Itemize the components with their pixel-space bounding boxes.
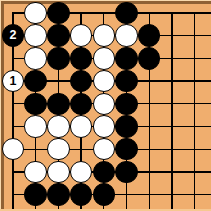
board-cell[interactable] xyxy=(24,24,47,47)
board-cell[interactable] xyxy=(24,2,47,25)
board-cell[interactable] xyxy=(138,138,161,161)
black-stone xyxy=(93,183,115,205)
board-cell[interactable] xyxy=(183,115,206,138)
board-cell[interactable] xyxy=(47,24,70,47)
board-cell[interactable] xyxy=(183,92,206,115)
board-cell[interactable] xyxy=(138,92,161,115)
white-stone xyxy=(70,115,92,137)
board-cell[interactable] xyxy=(115,92,138,115)
board-cell[interactable] xyxy=(92,160,115,183)
board-cell[interactable] xyxy=(92,2,115,25)
white-stone xyxy=(93,47,115,69)
board-cell[interactable] xyxy=(183,2,206,25)
board-cell[interactable] xyxy=(2,2,25,25)
board-cell[interactable] xyxy=(115,138,138,161)
white-stone xyxy=(24,2,46,24)
board-cell[interactable] xyxy=(92,47,115,70)
white-stone xyxy=(93,70,115,92)
board-cell[interactable] xyxy=(138,24,161,47)
board-cell[interactable] xyxy=(70,70,93,93)
board-cell[interactable] xyxy=(160,70,183,93)
board-cell[interactable] xyxy=(47,160,70,183)
board-cell[interactable] xyxy=(138,47,161,70)
board-cell[interactable] xyxy=(92,24,115,47)
black-stone xyxy=(47,24,69,46)
board-cell[interactable]: 2 xyxy=(2,24,25,47)
board-cell[interactable] xyxy=(115,47,138,70)
black-stone xyxy=(47,2,69,24)
board-cell[interactable] xyxy=(70,115,93,138)
board-cell[interactable] xyxy=(24,183,47,206)
board-cell[interactable] xyxy=(70,92,93,115)
board-cell[interactable] xyxy=(2,160,25,183)
white-stone xyxy=(24,24,46,46)
board-cell[interactable] xyxy=(47,138,70,161)
board-cell[interactable] xyxy=(115,115,138,138)
black-stone xyxy=(93,161,115,183)
white-stone xyxy=(70,24,92,46)
board-cell[interactable] xyxy=(183,138,206,161)
board-cell[interactable]: 1 xyxy=(2,70,25,93)
board-cell[interactable] xyxy=(115,183,138,206)
board-cell[interactable] xyxy=(2,47,25,70)
white-stone xyxy=(24,47,46,69)
board-cell[interactable] xyxy=(24,115,47,138)
white-stone xyxy=(24,161,46,183)
board-cell[interactable] xyxy=(183,160,206,183)
board-cell[interactable] xyxy=(2,115,25,138)
board-cell[interactable] xyxy=(138,115,161,138)
board-cell[interactable] xyxy=(2,138,25,161)
white-stone xyxy=(70,161,92,183)
go-board: 21 xyxy=(0,0,211,211)
board-cell[interactable] xyxy=(24,70,47,93)
move-number-label: 1 xyxy=(10,75,17,88)
white-stone xyxy=(93,24,115,46)
board-cell[interactable] xyxy=(160,183,183,206)
board-cell[interactable] xyxy=(47,70,70,93)
white-stone xyxy=(2,138,24,160)
board-cell[interactable] xyxy=(24,92,47,115)
board-cell[interactable] xyxy=(92,70,115,93)
black-stone xyxy=(70,47,92,69)
white-stone xyxy=(24,115,46,137)
black-stone xyxy=(115,115,137,137)
white-stone xyxy=(93,115,115,137)
board-cell[interactable] xyxy=(92,183,115,206)
black-stone xyxy=(70,93,92,115)
board-cell[interactable] xyxy=(115,2,138,25)
black-stone xyxy=(24,93,46,115)
board-cell[interactable] xyxy=(47,92,70,115)
board-cell[interactable] xyxy=(70,138,93,161)
white-stone xyxy=(47,161,69,183)
white-stone xyxy=(115,24,137,46)
board-cell[interactable] xyxy=(92,138,115,161)
black-stone xyxy=(24,70,46,92)
board-cell[interactable] xyxy=(160,2,183,25)
board-bottom-strip xyxy=(0,209,211,211)
black-stone: 2 xyxy=(2,24,24,46)
board-cell[interactable] xyxy=(47,47,70,70)
white-stone xyxy=(93,138,115,160)
board-cell[interactable] xyxy=(47,2,70,25)
board-cell[interactable] xyxy=(183,47,206,70)
board-cell[interactable] xyxy=(115,160,138,183)
board-cell[interactable] xyxy=(70,47,93,70)
board-cell[interactable] xyxy=(160,92,183,115)
board-cell[interactable] xyxy=(183,24,206,47)
board-cell[interactable] xyxy=(92,92,115,115)
board-cell[interactable] xyxy=(70,2,93,25)
board-cell[interactable] xyxy=(160,47,183,70)
board-cell[interactable] xyxy=(115,24,138,47)
black-stone xyxy=(47,183,69,205)
black-stone xyxy=(115,161,137,183)
board-cell[interactable] xyxy=(138,2,161,25)
black-stone xyxy=(115,47,137,69)
board-cell[interactable] xyxy=(160,138,183,161)
board-cell[interactable] xyxy=(24,47,47,70)
black-stone xyxy=(24,183,46,205)
board-cell[interactable] xyxy=(160,24,183,47)
board-cell[interactable] xyxy=(47,183,70,206)
board-cell[interactable] xyxy=(47,115,70,138)
board-cell[interactable] xyxy=(138,183,161,206)
board-cell[interactable] xyxy=(183,183,206,206)
white-stone xyxy=(93,93,115,115)
white-stone: 1 xyxy=(2,70,24,92)
board-cell[interactable] xyxy=(24,160,47,183)
white-stone xyxy=(47,138,69,160)
white-stone xyxy=(47,115,69,137)
board-cell[interactable] xyxy=(2,183,25,206)
board-cell[interactable] xyxy=(70,24,93,47)
board-cell[interactable] xyxy=(2,92,25,115)
board-cell[interactable] xyxy=(183,70,206,93)
black-stone xyxy=(47,47,69,69)
black-stone xyxy=(47,93,69,115)
black-stone xyxy=(115,93,137,115)
black-stone xyxy=(115,70,137,92)
board-cell[interactable] xyxy=(138,160,161,183)
board-cell[interactable] xyxy=(160,115,183,138)
black-stone xyxy=(115,2,137,24)
board-cell[interactable] xyxy=(70,160,93,183)
black-stone xyxy=(70,183,92,205)
black-stone xyxy=(70,70,92,92)
board-cell[interactable] xyxy=(115,70,138,93)
board-grid: 21 xyxy=(2,2,206,206)
black-stone xyxy=(138,47,160,69)
board-cell[interactable] xyxy=(138,70,161,93)
board-cell[interactable] xyxy=(160,160,183,183)
black-stone xyxy=(138,24,160,46)
black-stone xyxy=(115,138,137,160)
board-cell[interactable] xyxy=(70,183,93,206)
move-number-label: 2 xyxy=(10,29,17,42)
board-cell[interactable] xyxy=(92,115,115,138)
board-cell[interactable] xyxy=(24,138,47,161)
